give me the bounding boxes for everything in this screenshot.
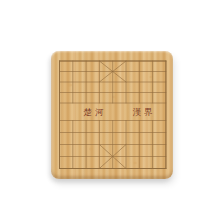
product-photo-canvas: { "game": "xiangqi", "scene": "overhead … <box>0 0 220 220</box>
board-grid: 楚河 漢界 <box>51 51 173 179</box>
wood-knots <box>68 76 153 164</box>
xiangqi-board: 楚河 漢界 <box>51 51 173 179</box>
river-label-han-jie: 漢界 <box>133 107 156 117</box>
river-label-chu-he: 楚河 <box>84 107 107 117</box>
